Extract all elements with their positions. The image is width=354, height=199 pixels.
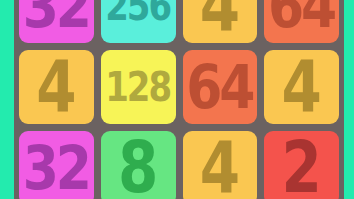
tile-value: 4 (200, 0, 240, 41)
tile-value: 4 (36, 52, 76, 123)
tile-32: 32 (19, 131, 94, 199)
tile-value: 64 (269, 0, 334, 36)
tile-64: 64 (264, 0, 339, 43)
tile-value: 4 (200, 133, 240, 199)
tile-value: 256 (106, 0, 170, 26)
tile-32: 32 (19, 0, 94, 43)
game-screen: 32256464412864432842 (0, 0, 354, 199)
tile-8: 8 (101, 131, 176, 199)
tile-64: 64 (183, 50, 258, 124)
tile-value: 128 (106, 67, 170, 108)
tile-value: 64 (187, 57, 252, 117)
tile-4: 4 (264, 50, 339, 124)
board[interactable]: 32256464412864432842 (14, 0, 344, 199)
tile-4: 4 (183, 0, 258, 43)
tile-value: 32 (24, 0, 89, 36)
tile-2: 2 (264, 131, 339, 199)
tile-value: 2 (281, 133, 321, 199)
tile-128: 128 (101, 50, 176, 124)
tile-value: 32 (24, 138, 89, 198)
tile-256: 256 (101, 0, 176, 43)
tile-value: 4 (281, 52, 321, 123)
tile-value: 8 (118, 133, 158, 199)
tile-4: 4 (183, 131, 258, 199)
tile-4: 4 (19, 50, 94, 124)
